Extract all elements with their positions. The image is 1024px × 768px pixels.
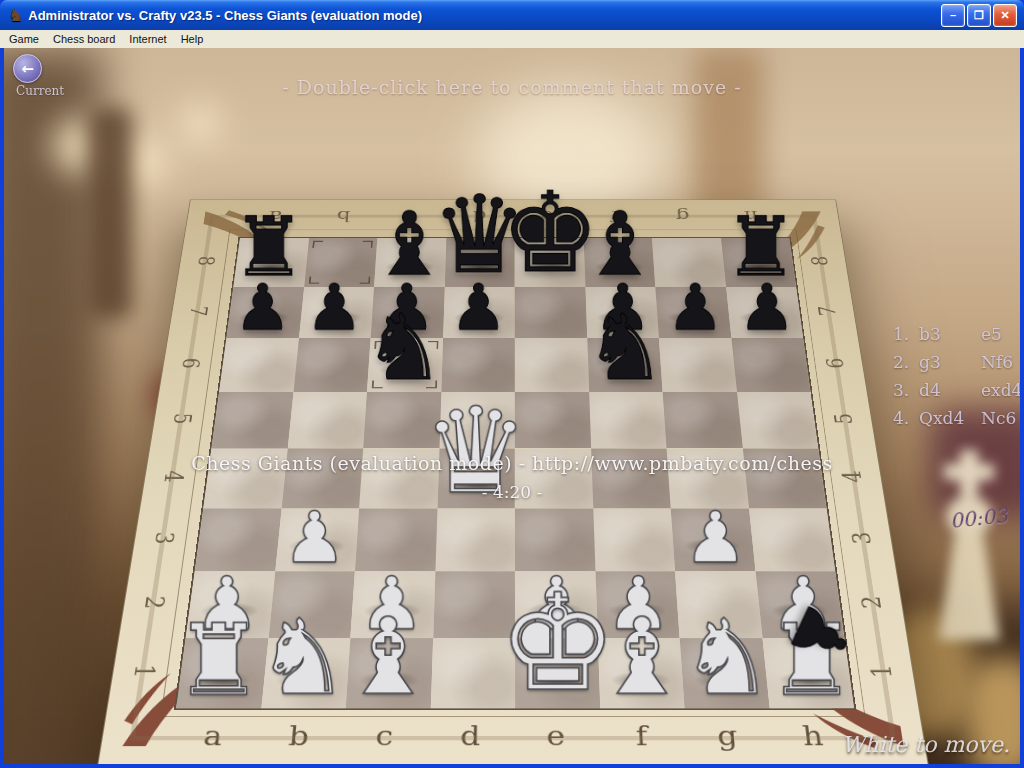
piece-black-pawn-h7[interactable]: ♟	[739, 276, 796, 340]
square-g7[interactable]: ♟	[655, 287, 731, 338]
elapsed-time: - 4:20 -	[4, 482, 1020, 502]
close-button[interactable]: ✕	[993, 4, 1017, 27]
piece-white-bishop-f1[interactable]: ♝	[595, 604, 690, 710]
title-bar: ♞ Administrator vs. Crafty v23.5 - Chess…	[0, 0, 1024, 30]
square-e7[interactable]	[515, 287, 587, 338]
black-move[interactable]: Nc6	[981, 408, 1016, 428]
square-b6[interactable]	[293, 338, 371, 392]
square-a5[interactable]	[211, 392, 293, 449]
square-d3[interactable]	[435, 508, 515, 571]
square-a6[interactable]	[219, 338, 298, 392]
rank-label-right-7: 7	[790, 297, 865, 325]
menu-item-game[interactable]: Game	[2, 31, 46, 47]
square-b3[interactable]: ♟	[275, 508, 359, 571]
square-b5[interactable]	[287, 392, 367, 449]
black-move[interactable]: e5	[981, 324, 1002, 344]
piece-black-knight-c6[interactable]: ♞	[363, 302, 444, 393]
white-move[interactable]: d4	[919, 380, 981, 400]
piece-white-bishop-c1[interactable]: ♝	[340, 604, 435, 710]
window-controls: – ❐ ✕	[941, 4, 1017, 27]
square-a1[interactable]: ♜	[176, 638, 268, 708]
background-blurred-white-king	[916, 450, 1020, 640]
rank-label-right-6: 6	[797, 349, 874, 378]
file-label-b: b	[254, 715, 343, 755]
square-e8[interactable]: ♚	[515, 238, 585, 287]
menu-bar: GameChess boardInternetHelp	[0, 30, 1024, 48]
minimize-button[interactable]: –	[941, 4, 965, 27]
move-row-1: 1.b3e5	[893, 320, 1020, 348]
move-number: 4.	[893, 408, 919, 428]
square-h5[interactable]	[737, 392, 819, 449]
square-f1[interactable]: ♝	[597, 638, 684, 708]
piece-black-knight-f6[interactable]: ♞	[585, 302, 666, 393]
square-g5[interactable]	[663, 392, 743, 449]
white-move[interactable]: Qxd4	[919, 408, 981, 428]
captured-white-pawn: ♟	[128, 48, 187, 764]
menu-item-internet[interactable]: Internet	[122, 31, 173, 47]
piece-black-pawn-a7[interactable]: ♟	[234, 276, 291, 340]
move-number: 2.	[893, 352, 919, 372]
square-f5[interactable]	[589, 392, 667, 449]
square-g6[interactable]	[659, 338, 737, 392]
square-g3[interactable]: ♟	[671, 508, 755, 571]
piece-white-rook-a1[interactable]: ♜	[174, 611, 263, 710]
background-column	[88, 108, 132, 318]
file-label-f: f	[598, 715, 686, 755]
rank-label-right-5: 5	[804, 403, 883, 434]
file-label-top-b: b	[308, 205, 378, 228]
piece-black-pawn-d7[interactable]: ♟	[450, 276, 507, 340]
move-number: 1.	[893, 324, 919, 344]
file-label-c: c	[340, 715, 428, 755]
app-watermark: Chess Giants (evaluation mode) - http://…	[4, 452, 1020, 474]
menu-item-chess-board[interactable]: Chess board	[46, 31, 122, 47]
piece-white-knight-b1[interactable]: ♞	[256, 606, 349, 710]
move-number: 3.	[893, 380, 919, 400]
square-h7[interactable]: ♟	[726, 287, 803, 338]
game-scene: abcdefgh abcdefgh 87654321 87654321 ♜♝♛♚…	[4, 48, 1020, 764]
white-move[interactable]: b3	[919, 324, 981, 344]
comment-hint[interactable]: - Double-click here to comment that move…	[4, 76, 1020, 98]
piece-white-pawn-b3[interactable]: ♟	[283, 502, 346, 573]
rank-label-right-3: 3	[820, 521, 904, 555]
file-label-e: e	[513, 715, 599, 755]
app-icon: ♞	[8, 7, 23, 24]
move-row-4: 4.Qxd4Nc6	[893, 404, 1020, 432]
window-title: Administrator vs. Crafty v23.5 - Chess G…	[28, 8, 941, 23]
turn-status: White to move.	[842, 732, 1010, 757]
black-move[interactable]: Nf6	[981, 352, 1013, 372]
piece-white-pawn-g3[interactable]: ♟	[683, 502, 746, 573]
piece-black-pawn-g7[interactable]: ♟	[666, 276, 723, 340]
square-c1[interactable]: ♝	[346, 638, 433, 708]
square-e1[interactable]: ♚	[515, 638, 600, 708]
move-list: 1.b3e52.g3Nf63.d4exd44.Qxd4Nc6	[893, 320, 1020, 432]
move-row-3: 3.d4exd4	[893, 376, 1020, 404]
menu-item-help[interactable]: Help	[174, 31, 211, 47]
white-move[interactable]: g3	[919, 352, 981, 372]
square-h6[interactable]	[731, 338, 810, 392]
move-row-2: 2.g3Nf6	[893, 348, 1020, 376]
square-d7[interactable]: ♟	[443, 287, 515, 338]
square-f6[interactable]: ♞	[587, 338, 663, 392]
piece-black-pawn-b7[interactable]: ♟	[306, 276, 363, 340]
maximize-button[interactable]: ❐	[967, 4, 991, 27]
square-a7[interactable]: ♟	[227, 287, 304, 338]
square-b1[interactable]: ♞	[261, 638, 350, 708]
black-move[interactable]: exd4	[981, 380, 1020, 400]
file-label-d: d	[427, 715, 513, 755]
